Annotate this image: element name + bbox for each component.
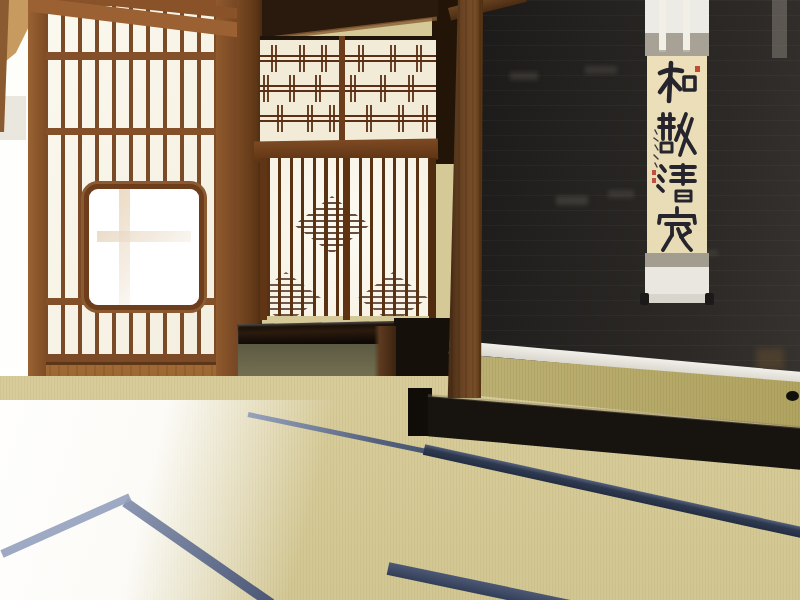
scroll-seal-red <box>652 178 656 183</box>
scroll-mount-white-bottom <box>645 267 709 296</box>
tatami-room-photo: 和敬清寂 <box>0 0 800 600</box>
small-dark-object <box>786 391 799 401</box>
wall-stain <box>756 348 784 370</box>
kumiko-transom <box>260 36 436 150</box>
shoji-window-bay <box>260 158 436 320</box>
scroll-seal-red <box>695 66 700 72</box>
shoji-window-frame-left <box>260 158 267 320</box>
shoji-window-mullion <box>343 158 350 320</box>
scroll-mount-band-bottom <box>645 253 709 267</box>
calligraphy-char-jaku <box>655 206 699 252</box>
scroll-futai-strip <box>659 0 666 52</box>
wall-corner-light-strip <box>772 0 787 58</box>
scroll-mount-band-top <box>645 33 709 56</box>
scroll-seal-red <box>652 170 656 175</box>
wall-scuff <box>608 190 634 198</box>
door-window <box>84 184 204 310</box>
scroll-futai-strip <box>683 0 690 52</box>
calligraphy-char-wa <box>655 60 699 106</box>
scroll-mount-white-top <box>645 0 709 33</box>
scroll-roller-knob <box>705 293 714 305</box>
hanging-scroll <box>645 0 709 308</box>
scroll-roller-knob <box>640 293 649 305</box>
scroll-signature <box>651 128 661 172</box>
calligraphy-char-sei <box>655 160 699 204</box>
transom-panel <box>345 40 436 144</box>
wall-scuff <box>556 196 588 205</box>
wall-scuff <box>510 72 538 80</box>
shoji-window-frame-right <box>429 158 436 320</box>
calligraphy-char-kei <box>655 110 699 158</box>
wall-scuff <box>585 66 617 74</box>
scroll-roller-bar <box>642 294 712 303</box>
shoji-rail <box>42 128 222 135</box>
window-glare <box>89 189 199 305</box>
transom-panel <box>260 40 339 144</box>
shoji-rail <box>42 52 222 60</box>
